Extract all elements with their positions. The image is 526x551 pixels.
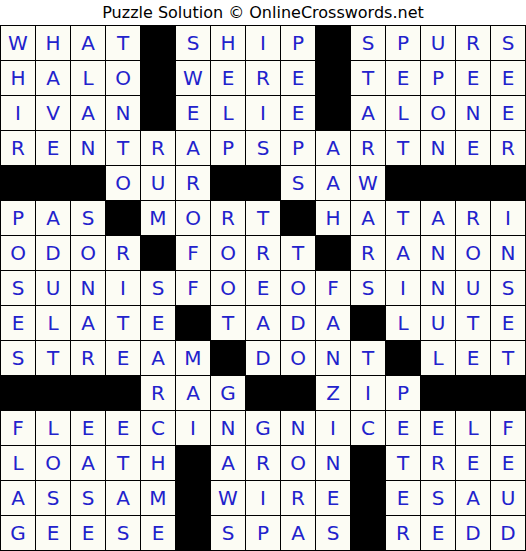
grid-cell: D (36, 236, 70, 270)
grid-cell: N (211, 411, 245, 445)
grid-cell: E (456, 341, 490, 375)
grid-cell: S (316, 516, 350, 550)
grid-cell: U (491, 481, 525, 515)
grid-cell: S (106, 516, 140, 550)
block-cell (421, 166, 455, 200)
grid-cell: W (351, 166, 385, 200)
grid-cell: E (246, 271, 280, 305)
grid-cell: A (351, 201, 385, 235)
grid-cell: A (141, 341, 175, 375)
grid-cell: T (491, 341, 525, 375)
grid-cell: T (246, 201, 280, 235)
block-cell (456, 376, 490, 410)
grid-cell: W (211, 481, 245, 515)
grid-cell: T (351, 61, 385, 95)
grid-cell: R (456, 201, 490, 235)
grid-cell: R (491, 131, 525, 165)
grid-cell: S (351, 271, 385, 305)
block-cell (316, 96, 350, 130)
block-cell (386, 341, 420, 375)
grid-cell: R (71, 341, 105, 375)
grid-cell: O (71, 236, 105, 270)
block-cell (491, 376, 525, 410)
grid-cell: E (491, 61, 525, 95)
grid-cell: R (351, 236, 385, 270)
grid-cell: E (421, 411, 455, 445)
block-cell (351, 306, 385, 340)
grid-cell: R (106, 236, 140, 270)
grid-cell: S (36, 481, 70, 515)
grid-cell: L (71, 61, 105, 95)
block-cell (351, 481, 385, 515)
grid-cell: A (316, 131, 350, 165)
grid-cell: R (176, 166, 210, 200)
grid-cell: E (491, 446, 525, 480)
grid-cell: O (106, 166, 140, 200)
grid-cell: V (36, 96, 70, 130)
grid-cell: E (71, 411, 105, 445)
grid-cell: M (141, 481, 175, 515)
title-bar: Puzzle Solution © OnlineCrosswords.net (0, 0, 526, 25)
grid-cell: D (281, 306, 315, 340)
grid-cell: P (386, 26, 420, 60)
grid-cell: O (281, 271, 315, 305)
grid-cell: I (246, 96, 280, 130)
grid-cell: A (351, 96, 385, 130)
grid-cell: N (281, 411, 315, 445)
grid-cell: E (141, 516, 175, 550)
grid-cell: S (71, 201, 105, 235)
grid-cell: S (246, 131, 280, 165)
grid-cell: D (456, 516, 490, 550)
grid-cell: A (71, 96, 105, 130)
grid-cell: F (1, 411, 35, 445)
grid-cell: A (36, 201, 70, 235)
grid-cell: O (421, 96, 455, 130)
grid-cell: I (491, 201, 525, 235)
grid-cell: L (386, 306, 420, 340)
grid-cell: U (36, 271, 70, 305)
grid-cell: M (141, 201, 175, 235)
grid-cell: E (106, 411, 140, 445)
grid-cell: E (386, 411, 420, 445)
block-cell (316, 26, 350, 60)
crossword-grid: WHATSHIPSPURSHALOWERETEPEEIVANELIEALONER… (0, 25, 526, 551)
grid-cell: R (141, 131, 175, 165)
grid-cell: R (456, 26, 490, 60)
grid-cell: A (71, 446, 105, 480)
grid-cell: R (246, 236, 280, 270)
block-cell (456, 166, 490, 200)
grid-cell: G (1, 516, 35, 550)
grid-cell: T (351, 341, 385, 375)
block-cell (36, 376, 70, 410)
grid-cell: E (281, 96, 315, 130)
grid-cell: G (211, 376, 245, 410)
grid-cell: E (1, 306, 35, 340)
block-cell (246, 166, 280, 200)
grid-cell: F (176, 271, 210, 305)
grid-cell: N (421, 131, 455, 165)
block-cell (106, 376, 140, 410)
grid-cell: A (71, 306, 105, 340)
block-cell (491, 166, 525, 200)
grid-cell: D (246, 341, 280, 375)
grid-cell: T (36, 341, 70, 375)
grid-cell: A (71, 26, 105, 60)
grid-cell: T (386, 201, 420, 235)
grid-cell: I (176, 411, 210, 445)
grid-cell: L (456, 411, 490, 445)
block-cell (211, 341, 245, 375)
block-cell (316, 61, 350, 95)
block-cell (1, 376, 35, 410)
grid-cell: W (176, 61, 210, 95)
grid-cell: S (1, 271, 35, 305)
grid-cell: L (1, 446, 35, 480)
grid-cell: I (246, 26, 280, 60)
grid-cell: A (1, 481, 35, 515)
grid-cell: E (36, 516, 70, 550)
grid-cell: S (176, 26, 210, 60)
grid-cell: S (71, 481, 105, 515)
grid-cell: A (246, 306, 280, 340)
grid-cell: P (1, 201, 35, 235)
block-cell (1, 166, 35, 200)
puzzle-page: Puzzle Solution © OnlineCrosswords.net W… (0, 0, 526, 551)
grid-cell: H (141, 446, 175, 480)
grid-cell: P (246, 516, 280, 550)
grid-cell: S (281, 166, 315, 200)
grid-cell: O (211, 271, 245, 305)
grid-cell: I (246, 481, 280, 515)
block-cell (141, 61, 175, 95)
grid-cell: I (106, 271, 140, 305)
grid-cell: A (421, 201, 455, 235)
block-cell (176, 306, 210, 340)
grid-cell: P (211, 131, 245, 165)
grid-cell: R (351, 131, 385, 165)
block-cell (141, 236, 175, 270)
block-cell (351, 516, 385, 550)
grid-cell: S (211, 516, 245, 550)
grid-cell: L (211, 96, 245, 130)
grid-cell: T (106, 306, 140, 340)
grid-cell: O (281, 446, 315, 480)
grid-cell: S (421, 481, 455, 515)
grid-cell: I (386, 271, 420, 305)
grid-cell: D (491, 516, 525, 550)
grid-cell: S (1, 341, 35, 375)
grid-cell: E (491, 306, 525, 340)
grid-cell: E (421, 516, 455, 550)
grid-cell: E (281, 61, 315, 95)
grid-cell: A (176, 376, 210, 410)
grid-cell: O (1, 236, 35, 270)
grid-cell: R (246, 446, 280, 480)
block-cell (106, 201, 140, 235)
grid-cell: N (421, 236, 455, 270)
grid-cell: A (456, 481, 490, 515)
block-cell (386, 166, 420, 200)
grid-cell: O (211, 236, 245, 270)
grid-cell: M (176, 341, 210, 375)
grid-cell: E (386, 61, 420, 95)
grid-cell: E (176, 96, 210, 130)
grid-cell: E (106, 341, 140, 375)
grid-cell: T (211, 306, 245, 340)
grid-cell: A (211, 446, 245, 480)
grid-cell: P (421, 61, 455, 95)
grid-cell: H (36, 26, 70, 60)
grid-cell: T (106, 446, 140, 480)
grid-cell: P (281, 26, 315, 60)
grid-cell: A (316, 306, 350, 340)
grid-cell: C (141, 411, 175, 445)
grid-cell: F (316, 271, 350, 305)
grid-cell: A (316, 166, 350, 200)
grid-cell: C (351, 411, 385, 445)
grid-cell: R (281, 481, 315, 515)
grid-cell: E (141, 306, 175, 340)
grid-cell: S (351, 26, 385, 60)
block-cell (351, 446, 385, 480)
block-cell (141, 96, 175, 130)
block-cell (281, 201, 315, 235)
grid-cell: R (421, 446, 455, 480)
grid-cell: H (1, 61, 35, 95)
grid-cell: A (386, 236, 420, 270)
grid-cell: E (456, 61, 490, 95)
grid-cell: N (71, 131, 105, 165)
grid-cell: E (211, 61, 245, 95)
block-cell (316, 236, 350, 270)
grid-cell: L (36, 411, 70, 445)
block-cell (141, 26, 175, 60)
grid-cell: I (1, 96, 35, 130)
grid-cell: E (386, 481, 420, 515)
grid-cell: F (491, 411, 525, 445)
grid-cell: E (456, 131, 490, 165)
grid-cell: T (106, 26, 140, 60)
block-cell (176, 481, 210, 515)
grid-cell: O (176, 201, 210, 235)
grid-cell: N (316, 446, 350, 480)
page-title: Puzzle Solution © OnlineCrosswords.net (102, 3, 424, 22)
grid-cell: O (36, 446, 70, 480)
grid-cell: O (281, 341, 315, 375)
grid-cell: T (106, 131, 140, 165)
grid-cell: O (456, 236, 490, 270)
grid-cell: E (456, 446, 490, 480)
grid-cell: G (246, 411, 280, 445)
grid-cell: R (211, 201, 245, 235)
block-cell (211, 166, 245, 200)
block-cell (36, 166, 70, 200)
grid-cell: R (1, 131, 35, 165)
grid-cell: P (281, 131, 315, 165)
grid-cell: T (281, 236, 315, 270)
block-cell (246, 376, 280, 410)
grid-cell: U (456, 271, 490, 305)
grid-cell: R (141, 376, 175, 410)
grid-cell: T (456, 306, 490, 340)
grid-cell: H (316, 201, 350, 235)
block-cell (281, 376, 315, 410)
grid-cell: T (386, 446, 420, 480)
grid-cell: E (491, 96, 525, 130)
grid-cell: U (421, 306, 455, 340)
grid-cell: L (386, 96, 420, 130)
grid-cell: U (421, 26, 455, 60)
grid-cell: S (491, 271, 525, 305)
grid-cell: L (36, 306, 70, 340)
grid-cell: R (246, 61, 280, 95)
grid-cell: N (316, 341, 350, 375)
grid-cell: R (386, 516, 420, 550)
block-cell (176, 446, 210, 480)
grid-cell: S (141, 271, 175, 305)
grid-cell: A (36, 61, 70, 95)
grid-cell: P (386, 376, 420, 410)
grid-cell: T (386, 131, 420, 165)
grid-cell: I (316, 411, 350, 445)
block-cell (421, 376, 455, 410)
grid-cell: N (106, 96, 140, 130)
grid-cell: E (36, 131, 70, 165)
grid-cell: E (71, 516, 105, 550)
grid-cell: F (176, 236, 210, 270)
grid-cell: H (211, 26, 245, 60)
grid-cell: L (421, 341, 455, 375)
grid-cell: Z (316, 376, 350, 410)
block-cell (71, 166, 105, 200)
grid-cell: A (281, 516, 315, 550)
grid-cell: N (421, 271, 455, 305)
grid-cell: S (491, 26, 525, 60)
grid-cell: I (351, 376, 385, 410)
grid-cell: E (316, 481, 350, 515)
grid-cell: A (176, 131, 210, 165)
block-cell (71, 376, 105, 410)
grid-cell: A (106, 481, 140, 515)
grid-cell: W (1, 26, 35, 60)
grid-cell: O (106, 61, 140, 95)
grid-cell: N (491, 236, 525, 270)
grid-cell: N (71, 271, 105, 305)
grid-cell: U (141, 166, 175, 200)
grid-cell: N (456, 96, 490, 130)
block-cell (176, 516, 210, 550)
